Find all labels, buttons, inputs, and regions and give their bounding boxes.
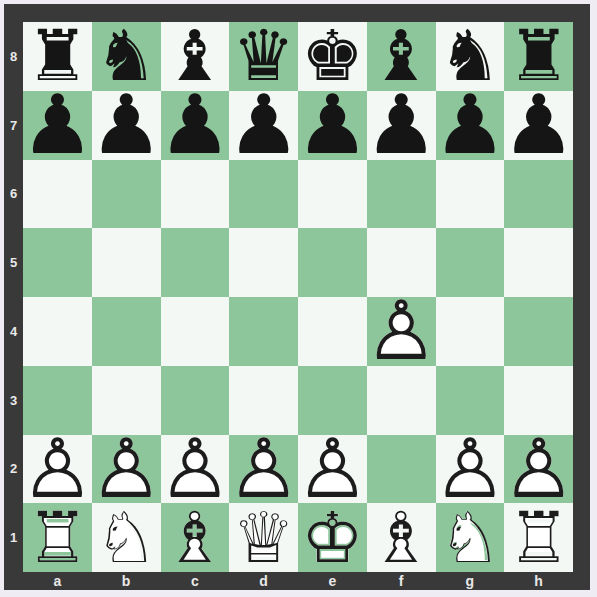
square-b8[interactable]: ♞ xyxy=(92,22,161,91)
black-pawn[interactable]: ♟ xyxy=(23,91,92,160)
rank-label-6: 6 xyxy=(4,160,23,229)
piece-outline-glyph: ♙ xyxy=(298,435,367,504)
square-h6[interactable] xyxy=(504,160,573,229)
piece-glyph: ♟ xyxy=(92,91,161,160)
square-e4[interactable] xyxy=(298,297,367,366)
square-b6[interactable] xyxy=(92,160,161,229)
square-e1[interactable]: ♚♔ xyxy=(298,503,367,572)
square-c7[interactable]: ♟ xyxy=(161,91,230,160)
file-label-a: a xyxy=(23,572,92,590)
piece-glyph: ♟ xyxy=(92,435,161,504)
square-d6[interactable] xyxy=(229,160,298,229)
square-e3[interactable] xyxy=(298,366,367,435)
piece-glyph: ♞ xyxy=(92,22,161,91)
square-e6[interactable] xyxy=(298,160,367,229)
white-rook[interactable]: ♜♖ xyxy=(23,503,92,572)
square-b3[interactable] xyxy=(92,366,161,435)
square-f8[interactable]: ♝ xyxy=(367,22,436,91)
piece-glyph: ♟ xyxy=(23,435,92,504)
piece-glyph: ♟ xyxy=(23,91,92,160)
piece-outline-glyph: ♔ xyxy=(298,503,367,572)
piece-glyph: ♟ xyxy=(367,297,436,366)
piece-outline-glyph: ♘ xyxy=(436,503,505,572)
square-c4[interactable] xyxy=(161,297,230,366)
square-b1[interactable]: ♞♘ xyxy=(92,503,161,572)
chess-board[interactable]: ♜♞♝♛♚♝♞♜♟♟♟♟♟♟♟♟♟♙♟♙♟♙♟♙♟♙♟♙♟♙♟♙♜♖♞♘♝♗♛♕… xyxy=(23,22,573,572)
square-e5[interactable] xyxy=(298,228,367,297)
square-d7[interactable]: ♟ xyxy=(229,91,298,160)
square-c6[interactable] xyxy=(161,160,230,229)
square-h5[interactable] xyxy=(504,228,573,297)
white-pawn[interactable]: ♟♙ xyxy=(367,297,436,366)
rank-label-1: 1 xyxy=(4,503,23,572)
square-c8[interactable]: ♝ xyxy=(161,22,230,91)
square-a6[interactable] xyxy=(23,160,92,229)
black-pawn[interactable]: ♟ xyxy=(229,91,298,160)
piece-glyph: ♞ xyxy=(92,503,161,572)
square-f7[interactable]: ♟ xyxy=(367,91,436,160)
black-rook[interactable]: ♜ xyxy=(23,22,92,91)
white-king[interactable]: ♚♔ xyxy=(298,503,367,572)
black-bishop[interactable]: ♝ xyxy=(367,22,436,91)
square-c1[interactable]: ♝♗ xyxy=(161,503,230,572)
piece-outline-glyph: ♘ xyxy=(92,503,161,572)
square-g7[interactable]: ♟ xyxy=(436,91,505,160)
square-a2[interactable]: ♟♙ xyxy=(23,435,92,504)
black-queen[interactable]: ♛ xyxy=(229,22,298,91)
white-queen[interactable]: ♛♕ xyxy=(229,503,298,572)
white-pawn[interactable]: ♟♙ xyxy=(92,435,161,504)
piece-glyph: ♞ xyxy=(436,22,505,91)
white-knight[interactable]: ♞♘ xyxy=(436,503,505,572)
file-label-f: f xyxy=(367,572,436,590)
piece-glyph: ♞ xyxy=(436,503,505,572)
white-pawn[interactable]: ♟♙ xyxy=(298,435,367,504)
square-h2[interactable]: ♟♙ xyxy=(504,435,573,504)
piece-glyph: ♟ xyxy=(229,435,298,504)
piece-outline-glyph: ♙ xyxy=(23,435,92,504)
piece-glyph: ♛ xyxy=(229,503,298,572)
black-pawn[interactable]: ♟ xyxy=(436,91,505,160)
square-f1[interactable]: ♝♗ xyxy=(367,503,436,572)
square-a1[interactable]: ♜♖ xyxy=(23,503,92,572)
piece-glyph: ♝ xyxy=(161,22,230,91)
square-a4[interactable] xyxy=(23,297,92,366)
black-pawn[interactable]: ♟ xyxy=(298,91,367,160)
piece-glyph: ♟ xyxy=(229,91,298,160)
file-label-b: b xyxy=(92,572,161,590)
piece-outline-glyph: ♗ xyxy=(161,503,230,572)
piece-outline-glyph: ♖ xyxy=(23,503,92,572)
square-g6[interactable] xyxy=(436,160,505,229)
square-a5[interactable] xyxy=(23,228,92,297)
piece-glyph: ♟ xyxy=(436,435,505,504)
square-g5[interactable] xyxy=(436,228,505,297)
piece-glyph: ♟ xyxy=(161,435,230,504)
square-d1[interactable]: ♛♕ xyxy=(229,503,298,572)
square-g8[interactable]: ♞ xyxy=(436,22,505,91)
rank-label-5: 5 xyxy=(4,228,23,297)
square-f5[interactable] xyxy=(367,228,436,297)
square-g4[interactable] xyxy=(436,297,505,366)
file-label-e: e xyxy=(298,572,367,590)
piece-glyph: ♝ xyxy=(161,503,230,572)
square-b2[interactable]: ♟♙ xyxy=(92,435,161,504)
white-knight[interactable]: ♞♘ xyxy=(92,503,161,572)
square-c2[interactable]: ♟♙ xyxy=(161,435,230,504)
piece-glyph: ♜ xyxy=(504,22,573,91)
white-pawn[interactable]: ♟♙ xyxy=(504,435,573,504)
square-h7[interactable]: ♟ xyxy=(504,91,573,160)
black-pawn[interactable]: ♟ xyxy=(92,91,161,160)
piece-outline-glyph: ♖ xyxy=(504,503,573,572)
square-h1[interactable]: ♜♖ xyxy=(504,503,573,572)
square-d5[interactable] xyxy=(229,228,298,297)
piece-glyph: ♚ xyxy=(298,503,367,572)
piece-glyph: ♚ xyxy=(298,22,367,91)
piece-outline-glyph: ♙ xyxy=(92,435,161,504)
square-b4[interactable] xyxy=(92,297,161,366)
black-bishop[interactable]: ♝ xyxy=(161,22,230,91)
square-d2[interactable]: ♟♙ xyxy=(229,435,298,504)
square-e2[interactable]: ♟♙ xyxy=(298,435,367,504)
white-rook[interactable]: ♜♖ xyxy=(504,503,573,572)
square-a3[interactable] xyxy=(23,366,92,435)
square-e8[interactable]: ♚ xyxy=(298,22,367,91)
square-c3[interactable] xyxy=(161,366,230,435)
square-d3[interactable] xyxy=(229,366,298,435)
piece-glyph: ♝ xyxy=(367,503,436,572)
piece-glyph: ♝ xyxy=(367,22,436,91)
piece-glyph: ♜ xyxy=(23,503,92,572)
white-bishop[interactable]: ♝♗ xyxy=(367,503,436,572)
piece-outline-glyph: ♙ xyxy=(229,435,298,504)
white-bishop[interactable]: ♝♗ xyxy=(161,503,230,572)
piece-glyph: ♟ xyxy=(504,91,573,160)
piece-glyph: ♟ xyxy=(161,91,230,160)
piece-glyph: ♜ xyxy=(504,503,573,572)
square-f2[interactable] xyxy=(367,435,436,504)
square-d4[interactable] xyxy=(229,297,298,366)
rank-label-2: 2 xyxy=(4,435,23,504)
square-a7[interactable]: ♟ xyxy=(23,91,92,160)
square-d8[interactable]: ♛ xyxy=(229,22,298,91)
square-g2[interactable]: ♟♙ xyxy=(436,435,505,504)
page-background: ♜♞♝♛♚♝♞♜♟♟♟♟♟♟♟♟♟♙♟♙♟♙♟♙♟♙♟♙♟♙♟♙♜♖♞♘♝♗♛♕… xyxy=(0,0,597,597)
square-e7[interactable]: ♟ xyxy=(298,91,367,160)
square-c5[interactable] xyxy=(161,228,230,297)
black-pawn[interactable]: ♟ xyxy=(504,91,573,160)
rank-label-4: 4 xyxy=(4,297,23,366)
square-f4[interactable]: ♟♙ xyxy=(367,297,436,366)
file-label-h: h xyxy=(504,572,573,590)
file-label-g: g xyxy=(436,572,505,590)
piece-outline-glyph: ♙ xyxy=(161,435,230,504)
rank-label-8: 8 xyxy=(4,22,23,91)
square-h3[interactable] xyxy=(504,366,573,435)
black-knight[interactable]: ♞ xyxy=(92,22,161,91)
piece-glyph: ♜ xyxy=(23,22,92,91)
piece-outline-glyph: ♙ xyxy=(436,435,505,504)
square-h4[interactable] xyxy=(504,297,573,366)
rank-label-7: 7 xyxy=(4,91,23,160)
piece-outline-glyph: ♗ xyxy=(367,503,436,572)
board-frame: ♜♞♝♛♚♝♞♜♟♟♟♟♟♟♟♟♟♙♟♙♟♙♟♙♟♙♟♙♟♙♟♙♜♖♞♘♝♗♛♕… xyxy=(4,4,590,590)
square-h8[interactable]: ♜ xyxy=(504,22,573,91)
piece-glyph: ♟ xyxy=(298,435,367,504)
rank-label-3: 3 xyxy=(4,366,23,435)
black-king[interactable]: ♚ xyxy=(298,22,367,91)
piece-outline-glyph: ♕ xyxy=(229,503,298,572)
piece-glyph: ♟ xyxy=(436,91,505,160)
white-pawn[interactable]: ♟♙ xyxy=(436,435,505,504)
black-knight[interactable]: ♞ xyxy=(436,22,505,91)
white-pawn[interactable]: ♟♙ xyxy=(229,435,298,504)
square-b7[interactable]: ♟ xyxy=(92,91,161,160)
piece-outline-glyph: ♙ xyxy=(367,297,436,366)
piece-glyph: ♟ xyxy=(367,91,436,160)
piece-outline-glyph: ♙ xyxy=(504,435,573,504)
white-pawn[interactable]: ♟♙ xyxy=(161,435,230,504)
square-g1[interactable]: ♞♘ xyxy=(436,503,505,572)
file-label-d: d xyxy=(229,572,298,590)
square-f3[interactable] xyxy=(367,366,436,435)
black-pawn[interactable]: ♟ xyxy=(367,91,436,160)
square-b5[interactable] xyxy=(92,228,161,297)
piece-glyph: ♟ xyxy=(504,435,573,504)
piece-glyph: ♟ xyxy=(298,91,367,160)
square-a8[interactable]: ♜ xyxy=(23,22,92,91)
black-rook[interactable]: ♜ xyxy=(504,22,573,91)
white-pawn[interactable]: ♟♙ xyxy=(23,435,92,504)
piece-glyph: ♛ xyxy=(229,22,298,91)
black-pawn[interactable]: ♟ xyxy=(161,91,230,160)
square-f6[interactable] xyxy=(367,160,436,229)
file-label-c: c xyxy=(161,572,230,590)
square-g3[interactable] xyxy=(436,366,505,435)
